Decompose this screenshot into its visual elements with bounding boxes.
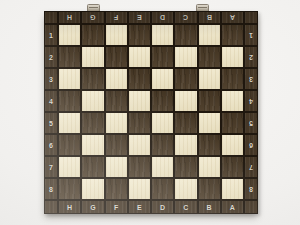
square-h5[interactable] <box>59 113 80 133</box>
frame-corner <box>45 12 57 23</box>
square-g8[interactable] <box>82 179 103 199</box>
square-h4[interactable] <box>59 91 80 111</box>
file-label-top: A <box>222 12 243 23</box>
square-c4[interactable] <box>175 91 196 111</box>
square-b7[interactable] <box>199 157 220 177</box>
square-g3[interactable] <box>82 69 103 89</box>
coordinate-label: B <box>207 14 212 21</box>
square-a5[interactable] <box>222 113 243 133</box>
file-label-bottom: B <box>199 201 220 213</box>
square-h3[interactable] <box>59 69 80 89</box>
square-h1[interactable] <box>59 25 80 45</box>
square-b3[interactable] <box>199 69 220 89</box>
square-d7[interactable] <box>152 157 173 177</box>
square-a6[interactable] <box>222 135 243 155</box>
coordinate-label: 8 <box>49 186 53 193</box>
square-c3[interactable] <box>175 69 196 89</box>
coordinate-label: D <box>160 204 165 211</box>
square-g1[interactable] <box>82 25 103 45</box>
square-f8[interactable] <box>106 179 127 199</box>
rank-label-left: 1 <box>45 25 57 45</box>
square-d1[interactable] <box>152 25 173 45</box>
square-b4[interactable] <box>199 91 220 111</box>
square-b8[interactable] <box>199 179 220 199</box>
square-c8[interactable] <box>175 179 196 199</box>
rank-label-right: 3 <box>245 69 257 89</box>
square-d4[interactable] <box>152 91 173 111</box>
square-a3[interactable] <box>222 69 243 89</box>
square-e5[interactable] <box>129 113 150 133</box>
square-d8[interactable] <box>152 179 173 199</box>
file-label-bottom: E <box>129 201 150 213</box>
rank-label-left: 6 <box>45 135 57 155</box>
coordinate-label: E <box>137 204 142 211</box>
coordinate-label: 5 <box>249 120 253 127</box>
coordinate-label: 7 <box>49 164 53 171</box>
square-d5[interactable] <box>152 113 173 133</box>
square-h6[interactable] <box>59 135 80 155</box>
coordinate-label: F <box>114 204 118 211</box>
square-e3[interactable] <box>129 69 150 89</box>
coordinate-label: 4 <box>249 98 253 105</box>
square-c1[interactable] <box>175 25 196 45</box>
frame-corner <box>45 201 57 213</box>
square-e4[interactable] <box>129 91 150 111</box>
square-f2[interactable] <box>106 47 127 67</box>
rank-label-right: 2 <box>245 47 257 67</box>
file-label-bottom: A <box>222 201 243 213</box>
square-a4[interactable] <box>222 91 243 111</box>
coordinate-label: D <box>160 14 165 21</box>
square-e7[interactable] <box>129 157 150 177</box>
coordinate-label: 1 <box>49 32 53 39</box>
square-d2[interactable] <box>152 47 173 67</box>
square-h7[interactable] <box>59 157 80 177</box>
coordinate-label: E <box>137 14 142 21</box>
coordinate-label: 1 <box>249 32 253 39</box>
photo-background: HGFEDCBA1122334455667788HGFEDCBA <box>0 0 300 225</box>
square-e6[interactable] <box>129 135 150 155</box>
coordinate-label: 8 <box>249 186 253 193</box>
file-label-top: H <box>59 12 80 23</box>
square-f6[interactable] <box>106 135 127 155</box>
coordinate-label: F <box>114 14 118 21</box>
file-label-bottom: H <box>59 201 80 213</box>
file-label-top: F <box>106 12 127 23</box>
square-e1[interactable] <box>129 25 150 45</box>
rank-label-left: 8 <box>45 179 57 199</box>
coordinate-label: 2 <box>49 54 53 61</box>
square-a2[interactable] <box>222 47 243 67</box>
frame-corner <box>245 12 257 23</box>
rank-label-left: 3 <box>45 69 57 89</box>
square-e8[interactable] <box>129 179 150 199</box>
square-a7[interactable] <box>222 157 243 177</box>
coordinate-label: A <box>230 14 235 21</box>
square-c7[interactable] <box>175 157 196 177</box>
square-f3[interactable] <box>106 69 127 89</box>
rank-label-left: 4 <box>45 91 57 111</box>
coordinate-label: C <box>183 14 188 21</box>
coordinate-label: A <box>230 204 235 211</box>
coordinate-label: 5 <box>49 120 53 127</box>
file-label-top: B <box>199 12 220 23</box>
square-f4[interactable] <box>106 91 127 111</box>
square-g6[interactable] <box>82 135 103 155</box>
rank-label-left: 5 <box>45 113 57 133</box>
coordinate-label: G <box>90 204 95 211</box>
square-a8[interactable] <box>222 179 243 199</box>
coordinate-label: G <box>90 14 95 21</box>
square-g4[interactable] <box>82 91 103 111</box>
file-label-top: D <box>152 12 173 23</box>
square-f1[interactable] <box>106 25 127 45</box>
square-b6[interactable] <box>199 135 220 155</box>
chessboard: HGFEDCBA1122334455667788HGFEDCBA <box>44 11 258 214</box>
file-label-top: E <box>129 12 150 23</box>
square-b2[interactable] <box>199 47 220 67</box>
rank-label-right: 7 <box>245 157 257 177</box>
file-label-top: G <box>82 12 103 23</box>
coordinate-label: H <box>67 14 72 21</box>
file-label-top: C <box>175 12 196 23</box>
square-c2[interactable] <box>175 47 196 67</box>
square-g2[interactable] <box>82 47 103 67</box>
coordinate-label: B <box>207 204 212 211</box>
rank-label-right: 4 <box>245 91 257 111</box>
rank-label-right: 8 <box>245 179 257 199</box>
coordinate-label: 4 <box>49 98 53 105</box>
square-g5[interactable] <box>82 113 103 133</box>
square-d3[interactable] <box>152 69 173 89</box>
file-label-bottom: D <box>152 201 173 213</box>
rank-label-left: 2 <box>45 47 57 67</box>
rank-label-right: 1 <box>245 25 257 45</box>
square-c6[interactable] <box>175 135 196 155</box>
square-f5[interactable] <box>106 113 127 133</box>
file-label-bottom: C <box>175 201 196 213</box>
square-d6[interactable] <box>152 135 173 155</box>
square-f7[interactable] <box>106 157 127 177</box>
coordinate-label: 6 <box>49 142 53 149</box>
coordinate-label: C <box>183 204 188 211</box>
coordinate-label: 3 <box>49 76 53 83</box>
square-c5[interactable] <box>175 113 196 133</box>
square-a1[interactable] <box>222 25 243 45</box>
coordinate-label: 3 <box>249 76 253 83</box>
frame-corner <box>245 201 257 213</box>
coordinate-label: 7 <box>249 164 253 171</box>
square-h2[interactable] <box>59 47 80 67</box>
square-b1[interactable] <box>199 25 220 45</box>
rank-label-right: 5 <box>245 113 257 133</box>
coordinate-label: 6 <box>249 142 253 149</box>
file-label-bottom: F <box>106 201 127 213</box>
file-label-bottom: G <box>82 201 103 213</box>
square-b5[interactable] <box>199 113 220 133</box>
coordinate-label: H <box>67 204 72 211</box>
coordinate-label: 2 <box>249 54 253 61</box>
rank-label-left: 7 <box>45 157 57 177</box>
square-g7[interactable] <box>82 157 103 177</box>
square-e2[interactable] <box>129 47 150 67</box>
rank-label-right: 6 <box>245 135 257 155</box>
square-h8[interactable] <box>59 179 80 199</box>
